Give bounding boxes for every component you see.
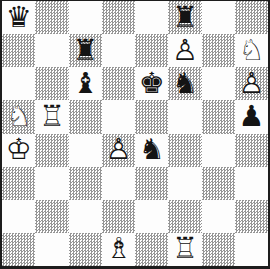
square-g4[interactable] xyxy=(202,134,235,167)
square-c8[interactable] xyxy=(69,1,102,34)
square-b5[interactable]: ♜♖ xyxy=(35,100,68,133)
piece-black-pawn: ♟ xyxy=(235,100,268,133)
square-e2[interactable] xyxy=(135,200,168,233)
square-e6[interactable]: ♚ xyxy=(135,67,168,100)
piece-black-rook: ♜ xyxy=(168,1,201,34)
square-g3[interactable] xyxy=(202,167,235,200)
square-c2[interactable] xyxy=(69,200,102,233)
knight-glyph: ♞ xyxy=(172,69,198,98)
square-g5[interactable] xyxy=(202,100,235,133)
king-glyph: ♚ xyxy=(139,69,165,98)
piece-black-king: ♚ xyxy=(135,67,168,100)
square-c7[interactable]: ♜ xyxy=(69,34,102,67)
chess-board: ♛♜♜♟♙♞♘♝♚♞♟♙♞♘♜♖♟♚♔♟♙♞♝♗♜♖ xyxy=(0,0,270,269)
bishop-glyph: ♝ xyxy=(72,69,98,98)
square-g2[interactable] xyxy=(202,200,235,233)
piece-black-queen: ♛ xyxy=(2,1,35,34)
square-f1[interactable]: ♜♖ xyxy=(168,233,201,266)
square-h3[interactable] xyxy=(235,167,268,200)
square-d1[interactable]: ♝♗ xyxy=(102,233,135,266)
king-outline-glyph: ♔ xyxy=(6,135,32,164)
square-g1[interactable] xyxy=(202,233,235,266)
square-g8[interactable] xyxy=(202,1,235,34)
square-a4[interactable]: ♚♔ xyxy=(2,134,35,167)
square-g6[interactable] xyxy=(202,67,235,100)
square-d8[interactable] xyxy=(102,1,135,34)
square-b2[interactable] xyxy=(35,200,68,233)
piece-white-knight: ♞♘ xyxy=(235,34,268,67)
square-d7[interactable] xyxy=(102,34,135,67)
square-e1[interactable] xyxy=(135,233,168,266)
piece-black-bishop: ♝ xyxy=(69,67,102,100)
square-e7[interactable] xyxy=(135,34,168,67)
square-f3[interactable] xyxy=(168,167,201,200)
square-a6[interactable] xyxy=(2,67,35,100)
piece-black-rook: ♜ xyxy=(69,34,102,67)
square-c1[interactable] xyxy=(69,233,102,266)
square-a8[interactable]: ♛ xyxy=(2,1,35,34)
pawn-glyph: ♟ xyxy=(238,102,264,131)
square-f2[interactable] xyxy=(168,200,201,233)
square-f4[interactable] xyxy=(168,134,201,167)
square-c4[interactable] xyxy=(69,134,102,167)
piece-white-knight: ♞♘ xyxy=(2,100,35,133)
piece-white-rook: ♜♖ xyxy=(35,100,68,133)
square-b4[interactable] xyxy=(35,134,68,167)
chess-diagram: ♛♜♜♟♙♞♘♝♚♞♟♙♞♘♜♖♟♚♔♟♙♞♝♗♜♖ xyxy=(0,0,270,269)
square-a2[interactable] xyxy=(2,200,35,233)
square-h4[interactable] xyxy=(235,134,268,167)
rook-glyph: ♜ xyxy=(172,2,198,31)
piece-black-knight: ♞ xyxy=(135,134,168,167)
square-a1[interactable] xyxy=(2,233,35,266)
piece-white-pawn: ♟♙ xyxy=(168,34,201,67)
square-c5[interactable] xyxy=(69,100,102,133)
square-d5[interactable] xyxy=(102,100,135,133)
square-b1[interactable] xyxy=(35,233,68,266)
square-h7[interactable]: ♞♘ xyxy=(235,34,268,67)
square-a5[interactable]: ♞♘ xyxy=(2,100,35,133)
square-e4[interactable]: ♞ xyxy=(135,134,168,167)
knight-glyph: ♞ xyxy=(139,135,165,164)
piece-white-pawn: ♟♙ xyxy=(102,134,135,167)
queen-glyph: ♛ xyxy=(6,2,32,31)
square-d4[interactable]: ♟♙ xyxy=(102,134,135,167)
knight-outline-glyph: ♘ xyxy=(6,102,32,131)
square-a3[interactable] xyxy=(2,167,35,200)
square-e8[interactable] xyxy=(135,1,168,34)
square-f6[interactable]: ♞ xyxy=(168,67,201,100)
square-h6[interactable]: ♟♙ xyxy=(235,67,268,100)
rook-outline-glyph: ♖ xyxy=(172,234,198,263)
square-h1[interactable] xyxy=(235,233,268,266)
square-a7[interactable] xyxy=(2,34,35,67)
pawn-outline-glyph: ♙ xyxy=(172,36,198,65)
square-c3[interactable] xyxy=(69,167,102,200)
square-f8[interactable]: ♜ xyxy=(168,1,201,34)
piece-white-rook: ♜♖ xyxy=(168,233,201,266)
square-d2[interactable] xyxy=(102,200,135,233)
square-c6[interactable]: ♝ xyxy=(69,67,102,100)
piece-white-bishop: ♝♗ xyxy=(102,233,135,266)
square-b3[interactable] xyxy=(35,167,68,200)
pawn-outline-glyph: ♙ xyxy=(238,69,264,98)
knight-outline-glyph: ♘ xyxy=(238,36,264,65)
square-g7[interactable] xyxy=(202,34,235,67)
rook-outline-glyph: ♖ xyxy=(39,102,65,131)
piece-white-king: ♚♔ xyxy=(2,134,35,167)
square-b7[interactable] xyxy=(35,34,68,67)
square-h8[interactable] xyxy=(235,1,268,34)
square-f5[interactable] xyxy=(168,100,201,133)
square-b6[interactable] xyxy=(35,67,68,100)
pawn-outline-glyph: ♙ xyxy=(105,135,131,164)
square-f7[interactable]: ♟♙ xyxy=(168,34,201,67)
piece-white-pawn: ♟♙ xyxy=(235,67,268,100)
square-d6[interactable] xyxy=(102,67,135,100)
rook-glyph: ♜ xyxy=(72,36,98,65)
piece-black-knight: ♞ xyxy=(168,67,201,100)
square-h5[interactable]: ♟ xyxy=(235,100,268,133)
square-b8[interactable] xyxy=(35,1,68,34)
square-d3[interactable] xyxy=(102,167,135,200)
square-e5[interactable] xyxy=(135,100,168,133)
square-h2[interactable] xyxy=(235,200,268,233)
bishop-outline-glyph: ♗ xyxy=(105,234,131,263)
square-e3[interactable] xyxy=(135,167,168,200)
